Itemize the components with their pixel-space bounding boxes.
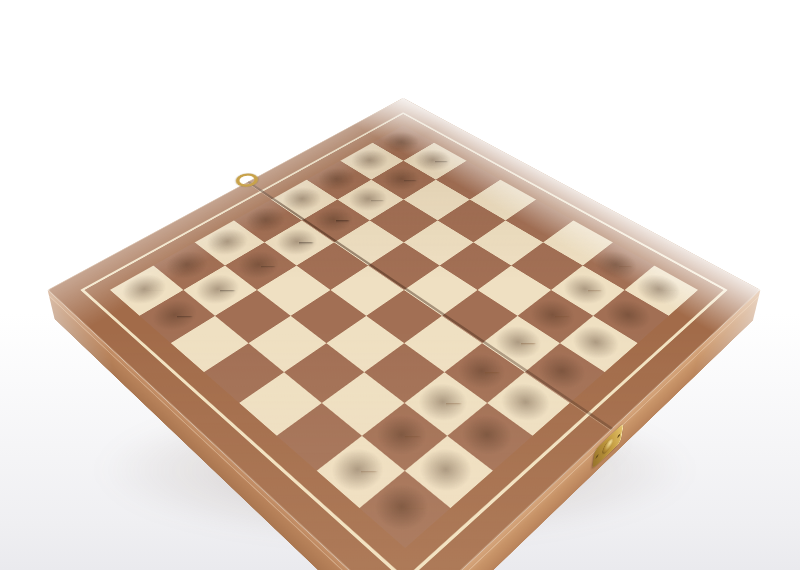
white-rook-glyph: ♜ (374, 446, 436, 515)
photo-backdrop: ♜♞♟♝♟♚♟♛♟♝♟♞♟♟♜♟♟♜♟♟♞♟♝♟♚♟♛♟♝♟♞♜ (0, 0, 800, 570)
scene: ♜♞♟♝♟♚♟♛♟♝♟♞♟♟♜♟♟♜♟♟♞♟♝♟♚♟♛♟♝♟♞♜ (0, 0, 800, 570)
black-pawn-glyph: ♟ (157, 277, 198, 322)
product-photo-page: { "game": "chess", "subject": "wooden fo… (0, 0, 800, 570)
chess-board[interactable]: ♜♞♟♝♟♚♟♛♟♝♟♞♟♟♜♟♟♜♟♟♞♟♝♟♚♟♛♟♝♟♞♜ (48, 98, 761, 570)
